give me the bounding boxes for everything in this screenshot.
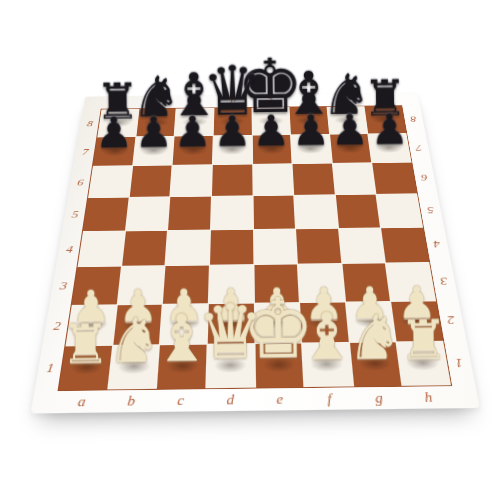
cell-d1: ♛ — [206, 344, 255, 389]
rank-label-far-6: 6 — [412, 162, 438, 193]
white-rook: ♜ — [398, 314, 447, 366]
piece-layer: ♜♞♝♛♚♝♞♜♟♟♟♟♟♟♟♟♟♟♟♟♟♟♟♟♜♞♝♛♚♝♞♜ — [59, 106, 451, 390]
black-pawn: ♟ — [95, 112, 134, 153]
cell-a1: ♜ — [59, 345, 113, 390]
file-label-far-e: e — [251, 94, 289, 107]
white-knight: ♞ — [106, 311, 162, 370]
black-pawn: ♟ — [134, 112, 173, 153]
rank-label-far-5: 5 — [417, 193, 444, 226]
cell-e7: ♟ — [252, 135, 292, 165]
black-pawn: ♟ — [174, 112, 213, 153]
cell-g1: ♞ — [349, 342, 402, 387]
file-label-far-h: h — [362, 93, 401, 106]
black-pawn: ♟ — [213, 111, 252, 152]
cell-b1: ♞ — [108, 345, 160, 390]
white-knight: ♞ — [347, 308, 403, 367]
black-pawn: ♟ — [252, 111, 291, 152]
cell-f7: ♟ — [290, 134, 331, 164]
file-label-far-b: b — [139, 96, 177, 110]
chess-board: abcdefgh abcdefgh 87654321 87654321 ♜♞♝♛… — [31, 93, 480, 414]
file-label-far-c: c — [177, 95, 215, 109]
cell-b7: ♟ — [133, 136, 175, 166]
file-label-far-f: f — [288, 94, 326, 107]
rank-label-far-8: 8 — [402, 106, 426, 134]
file-label-far-a: a — [102, 96, 141, 110]
black-pawn: ♟ — [291, 110, 330, 151]
white-rook: ♜ — [61, 318, 110, 370]
white-queen: ♛ — [196, 297, 264, 369]
cell-h7: ♟ — [368, 133, 412, 163]
cell-h1: ♜ — [396, 341, 451, 386]
cell-g7: ♟ — [329, 134, 372, 164]
cell-a7: ♟ — [93, 137, 136, 167]
file-label-far-g: g — [325, 93, 364, 106]
cell-c7: ♟ — [173, 136, 214, 166]
file-label-far-d: d — [214, 95, 252, 108]
product-photo-scene: abcdefgh abcdefgh 87654321 87654321 ♜♞♝♛… — [0, 0, 500, 500]
black-pawn: ♟ — [331, 110, 370, 151]
cell-d7: ♟ — [212, 135, 252, 165]
rank-label-far-7: 7 — [406, 133, 431, 162]
